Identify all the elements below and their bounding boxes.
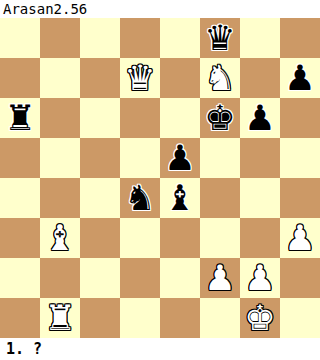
piece-black-queen[interactable]: ♛ <box>204 18 235 58</box>
square-d1[interactable] <box>120 298 160 338</box>
piece-white-knight[interactable]: ♞ <box>204 58 235 98</box>
square-h2[interactable] <box>280 258 320 298</box>
square-g3[interactable] <box>240 218 280 258</box>
square-b4[interactable] <box>40 178 80 218</box>
piece-white-king[interactable]: ♚ <box>244 298 275 338</box>
piece-black-knight[interactable]: ♞ <box>124 178 155 218</box>
square-g7[interactable] <box>240 58 280 98</box>
square-b7[interactable] <box>40 58 80 98</box>
square-f7[interactable]: ♞ <box>200 58 240 98</box>
square-c8[interactable] <box>80 18 120 58</box>
square-h4[interactable] <box>280 178 320 218</box>
square-g6[interactable]: ♟ <box>240 98 280 138</box>
square-h3[interactable]: ♟ <box>280 218 320 258</box>
square-a5[interactable] <box>0 138 40 178</box>
move-prompt: 1. ? <box>0 338 320 360</box>
square-c1[interactable] <box>80 298 120 338</box>
square-g8[interactable] <box>240 18 280 58</box>
square-e5[interactable]: ♟ <box>160 138 200 178</box>
square-h6[interactable] <box>280 98 320 138</box>
square-d5[interactable] <box>120 138 160 178</box>
square-c6[interactable] <box>80 98 120 138</box>
square-h7[interactable]: ♟ <box>280 58 320 98</box>
square-a4[interactable] <box>0 178 40 218</box>
square-f8[interactable]: ♛ <box>200 18 240 58</box>
square-h5[interactable] <box>280 138 320 178</box>
piece-black-pawn[interactable]: ♟ <box>164 138 195 178</box>
square-c7[interactable] <box>80 58 120 98</box>
square-h1[interactable] <box>280 298 320 338</box>
square-g1[interactable]: ♚ <box>240 298 280 338</box>
square-a6[interactable]: ♜ <box>0 98 40 138</box>
square-e8[interactable] <box>160 18 200 58</box>
chess-app-window: Arasan2.56 ♛♛♞♟♜♚♟♟♞♝♝♟♟♟♜♚ 1. ? <box>0 0 320 360</box>
square-f6[interactable]: ♚ <box>200 98 240 138</box>
piece-white-rook[interactable]: ♜ <box>44 298 75 338</box>
square-e1[interactable] <box>160 298 200 338</box>
square-h8[interactable] <box>280 18 320 58</box>
piece-black-pawn[interactable]: ♟ <box>284 58 315 98</box>
piece-black-bishop[interactable]: ♝ <box>164 178 195 218</box>
piece-white-queen[interactable]: ♛ <box>124 58 155 98</box>
square-g2[interactable]: ♟ <box>240 258 280 298</box>
piece-white-pawn[interactable]: ♟ <box>204 258 235 298</box>
square-g5[interactable] <box>240 138 280 178</box>
square-e2[interactable] <box>160 258 200 298</box>
piece-white-pawn[interactable]: ♟ <box>284 218 315 258</box>
square-d7[interactable]: ♛ <box>120 58 160 98</box>
square-a2[interactable] <box>0 258 40 298</box>
piece-black-pawn[interactable]: ♟ <box>244 98 275 138</box>
square-e4[interactable]: ♝ <box>160 178 200 218</box>
piece-black-king[interactable]: ♚ <box>204 98 235 138</box>
square-a3[interactable] <box>0 218 40 258</box>
square-d3[interactable] <box>120 218 160 258</box>
square-f3[interactable] <box>200 218 240 258</box>
square-d6[interactable] <box>120 98 160 138</box>
square-c2[interactable] <box>80 258 120 298</box>
square-a1[interactable] <box>0 298 40 338</box>
square-e3[interactable] <box>160 218 200 258</box>
square-b2[interactable] <box>40 258 80 298</box>
square-b1[interactable]: ♜ <box>40 298 80 338</box>
chess-board: ♛♛♞♟♜♚♟♟♞♝♝♟♟♟♜♚ <box>0 18 320 338</box>
square-b8[interactable] <box>40 18 80 58</box>
square-a7[interactable] <box>0 58 40 98</box>
piece-white-pawn[interactable]: ♟ <box>244 258 275 298</box>
square-f4[interactable] <box>200 178 240 218</box>
square-b5[interactable] <box>40 138 80 178</box>
piece-white-bishop[interactable]: ♝ <box>44 218 75 258</box>
square-a8[interactable] <box>0 18 40 58</box>
square-b6[interactable] <box>40 98 80 138</box>
square-f5[interactable] <box>200 138 240 178</box>
square-f2[interactable]: ♟ <box>200 258 240 298</box>
square-f1[interactable] <box>200 298 240 338</box>
square-d8[interactable] <box>120 18 160 58</box>
square-c3[interactable] <box>80 218 120 258</box>
square-c5[interactable] <box>80 138 120 178</box>
engine-title: Arasan2.56 <box>0 0 320 18</box>
square-b3[interactable]: ♝ <box>40 218 80 258</box>
square-e7[interactable] <box>160 58 200 98</box>
square-g4[interactable] <box>240 178 280 218</box>
square-c4[interactable] <box>80 178 120 218</box>
square-d4[interactable]: ♞ <box>120 178 160 218</box>
square-e6[interactable] <box>160 98 200 138</box>
piece-black-rook[interactable]: ♜ <box>4 98 35 138</box>
square-d2[interactable] <box>120 258 160 298</box>
